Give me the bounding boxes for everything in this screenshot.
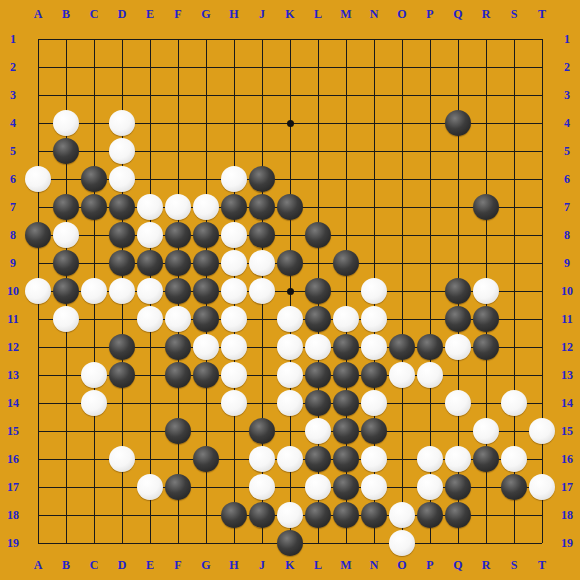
intersection-F7[interactable] [164,193,192,221]
intersection-B3[interactable] [52,81,80,109]
intersection-D1[interactable] [108,25,136,53]
intersection-Q12[interactable] [444,333,472,361]
intersection-E17[interactable] [136,473,164,501]
intersection-N12[interactable] [360,333,388,361]
intersection-E11[interactable] [136,305,164,333]
intersection-B17[interactable] [52,473,80,501]
intersection-G7[interactable] [192,193,220,221]
intersection-C9[interactable] [80,249,108,277]
intersection-F6[interactable] [164,165,192,193]
intersection-A15[interactable] [24,417,52,445]
intersection-F15[interactable] [164,417,192,445]
intersection-L14[interactable] [304,389,332,417]
intersection-P17[interactable] [416,473,444,501]
intersection-M19[interactable] [332,529,360,557]
intersection-A16[interactable] [24,445,52,473]
intersection-Q5[interactable] [444,137,472,165]
intersection-C4[interactable] [80,109,108,137]
intersection-H2[interactable] [220,53,248,81]
intersection-K17[interactable] [276,473,304,501]
intersection-P9[interactable] [416,249,444,277]
intersection-M14[interactable] [332,389,360,417]
intersection-L11[interactable] [304,305,332,333]
intersection-O8[interactable] [388,221,416,249]
intersection-F9[interactable] [164,249,192,277]
intersection-O19[interactable] [388,529,416,557]
intersection-P8[interactable] [416,221,444,249]
intersection-R4[interactable] [472,109,500,137]
intersection-F2[interactable] [164,53,192,81]
intersection-N17[interactable] [360,473,388,501]
intersection-K7[interactable] [276,193,304,221]
intersection-A1[interactable] [24,25,52,53]
intersection-Q16[interactable] [444,445,472,473]
intersection-C13[interactable] [80,361,108,389]
intersection-C3[interactable] [80,81,108,109]
intersection-Q15[interactable] [444,417,472,445]
intersection-D14[interactable] [108,389,136,417]
intersection-B11[interactable] [52,305,80,333]
intersection-R7[interactable] [472,193,500,221]
intersection-H17[interactable] [220,473,248,501]
intersection-F16[interactable] [164,445,192,473]
intersection-J17[interactable] [248,473,276,501]
intersection-C10[interactable] [80,277,108,305]
intersection-R9[interactable] [472,249,500,277]
intersection-R1[interactable] [472,25,500,53]
intersection-P14[interactable] [416,389,444,417]
intersection-O3[interactable] [388,81,416,109]
intersection-Q17[interactable] [444,473,472,501]
intersection-M15[interactable] [332,417,360,445]
intersection-E14[interactable] [136,389,164,417]
intersection-R18[interactable] [472,501,500,529]
intersection-O14[interactable] [388,389,416,417]
intersection-D18[interactable] [108,501,136,529]
intersection-P7[interactable] [416,193,444,221]
intersection-G16[interactable] [192,445,220,473]
intersection-C18[interactable] [80,501,108,529]
intersection-Q13[interactable] [444,361,472,389]
intersection-S4[interactable] [500,109,528,137]
intersection-T11[interactable] [528,305,556,333]
intersection-J18[interactable] [248,501,276,529]
intersection-E6[interactable] [136,165,164,193]
intersection-K4[interactable] [276,109,304,137]
intersection-L9[interactable] [304,249,332,277]
intersection-T19[interactable] [528,529,556,557]
intersection-N2[interactable] [360,53,388,81]
intersection-B13[interactable] [52,361,80,389]
intersection-O17[interactable] [388,473,416,501]
intersection-K12[interactable] [276,333,304,361]
intersection-E1[interactable] [136,25,164,53]
intersection-K10[interactable] [276,277,304,305]
intersection-B2[interactable] [52,53,80,81]
intersection-N11[interactable] [360,305,388,333]
intersection-N8[interactable] [360,221,388,249]
intersection-K16[interactable] [276,445,304,473]
intersection-Q3[interactable] [444,81,472,109]
intersection-E8[interactable] [136,221,164,249]
intersection-B16[interactable] [52,445,80,473]
intersection-N19[interactable] [360,529,388,557]
intersection-N9[interactable] [360,249,388,277]
intersection-B15[interactable] [52,417,80,445]
intersection-C5[interactable] [80,137,108,165]
intersection-A12[interactable] [24,333,52,361]
intersection-J7[interactable] [248,193,276,221]
intersection-P10[interactable] [416,277,444,305]
intersection-J10[interactable] [248,277,276,305]
intersection-H1[interactable] [220,25,248,53]
intersection-K14[interactable] [276,389,304,417]
intersection-B14[interactable] [52,389,80,417]
intersection-G4[interactable] [192,109,220,137]
intersection-N6[interactable] [360,165,388,193]
intersection-G3[interactable] [192,81,220,109]
intersection-F17[interactable] [164,473,192,501]
intersection-L10[interactable] [304,277,332,305]
intersection-M8[interactable] [332,221,360,249]
intersection-L7[interactable] [304,193,332,221]
intersection-C19[interactable] [80,529,108,557]
intersection-L17[interactable] [304,473,332,501]
intersection-Q9[interactable] [444,249,472,277]
intersection-C12[interactable] [80,333,108,361]
intersection-B9[interactable] [52,249,80,277]
intersection-H8[interactable] [220,221,248,249]
intersection-K3[interactable] [276,81,304,109]
intersection-F4[interactable] [164,109,192,137]
intersection-D13[interactable] [108,361,136,389]
intersection-A13[interactable] [24,361,52,389]
intersection-R16[interactable] [472,445,500,473]
intersection-O4[interactable] [388,109,416,137]
intersection-S15[interactable] [500,417,528,445]
intersection-E2[interactable] [136,53,164,81]
intersection-J5[interactable] [248,137,276,165]
intersection-H19[interactable] [220,529,248,557]
intersection-R15[interactable] [472,417,500,445]
intersection-C8[interactable] [80,221,108,249]
intersection-B5[interactable] [52,137,80,165]
intersection-R2[interactable] [472,53,500,81]
intersection-G18[interactable] [192,501,220,529]
intersection-H15[interactable] [220,417,248,445]
intersection-G1[interactable] [192,25,220,53]
intersection-P4[interactable] [416,109,444,137]
intersection-K13[interactable] [276,361,304,389]
intersection-O6[interactable] [388,165,416,193]
intersection-E10[interactable] [136,277,164,305]
intersection-H16[interactable] [220,445,248,473]
intersection-G12[interactable] [192,333,220,361]
intersection-F10[interactable] [164,277,192,305]
intersection-K19[interactable] [276,529,304,557]
intersection-R19[interactable] [472,529,500,557]
intersection-P15[interactable] [416,417,444,445]
intersection-J4[interactable] [248,109,276,137]
intersection-B10[interactable] [52,277,80,305]
intersection-J8[interactable] [248,221,276,249]
intersection-P5[interactable] [416,137,444,165]
intersection-H10[interactable] [220,277,248,305]
intersection-D6[interactable] [108,165,136,193]
intersection-L3[interactable] [304,81,332,109]
intersection-P11[interactable] [416,305,444,333]
intersection-F11[interactable] [164,305,192,333]
intersection-T1[interactable] [528,25,556,53]
intersection-H13[interactable] [220,361,248,389]
intersection-D11[interactable] [108,305,136,333]
intersection-S8[interactable] [500,221,528,249]
intersection-H12[interactable] [220,333,248,361]
intersection-E5[interactable] [136,137,164,165]
intersection-Q19[interactable] [444,529,472,557]
intersection-N5[interactable] [360,137,388,165]
intersection-S17[interactable] [500,473,528,501]
intersection-Q14[interactable] [444,389,472,417]
intersection-J9[interactable] [248,249,276,277]
intersection-L5[interactable] [304,137,332,165]
intersection-O11[interactable] [388,305,416,333]
intersection-R10[interactable] [472,277,500,305]
intersection-P19[interactable] [416,529,444,557]
intersection-A3[interactable] [24,81,52,109]
intersection-D12[interactable] [108,333,136,361]
intersection-N18[interactable] [360,501,388,529]
intersection-P6[interactable] [416,165,444,193]
intersection-S7[interactable] [500,193,528,221]
intersection-L16[interactable] [304,445,332,473]
intersection-Q8[interactable] [444,221,472,249]
intersection-O13[interactable] [388,361,416,389]
intersection-C11[interactable] [80,305,108,333]
intersection-M2[interactable] [332,53,360,81]
intersection-R13[interactable] [472,361,500,389]
intersection-T15[interactable] [528,417,556,445]
intersection-G2[interactable] [192,53,220,81]
intersection-F14[interactable] [164,389,192,417]
intersection-M1[interactable] [332,25,360,53]
intersection-R14[interactable] [472,389,500,417]
intersection-L18[interactable] [304,501,332,529]
intersection-F19[interactable] [164,529,192,557]
intersection-Q18[interactable] [444,501,472,529]
intersection-M17[interactable] [332,473,360,501]
intersection-T16[interactable] [528,445,556,473]
intersection-G17[interactable] [192,473,220,501]
intersection-P18[interactable] [416,501,444,529]
intersection-A10[interactable] [24,277,52,305]
intersection-J6[interactable] [248,165,276,193]
intersection-H9[interactable] [220,249,248,277]
intersection-A18[interactable] [24,501,52,529]
intersection-T5[interactable] [528,137,556,165]
intersection-D5[interactable] [108,137,136,165]
intersection-E15[interactable] [136,417,164,445]
intersection-D19[interactable] [108,529,136,557]
intersection-H4[interactable] [220,109,248,137]
intersection-S18[interactable] [500,501,528,529]
intersection-E18[interactable] [136,501,164,529]
intersection-L8[interactable] [304,221,332,249]
intersection-P12[interactable] [416,333,444,361]
intersection-F18[interactable] [164,501,192,529]
intersection-D15[interactable] [108,417,136,445]
intersection-C7[interactable] [80,193,108,221]
intersection-T3[interactable] [528,81,556,109]
intersection-H3[interactable] [220,81,248,109]
intersection-G5[interactable] [192,137,220,165]
intersection-O10[interactable] [388,277,416,305]
intersection-H14[interactable] [220,389,248,417]
intersection-B1[interactable] [52,25,80,53]
intersection-B19[interactable] [52,529,80,557]
intersection-J13[interactable] [248,361,276,389]
intersection-G10[interactable] [192,277,220,305]
intersection-F13[interactable] [164,361,192,389]
intersection-M9[interactable] [332,249,360,277]
intersection-J12[interactable] [248,333,276,361]
intersection-T18[interactable] [528,501,556,529]
intersection-K2[interactable] [276,53,304,81]
intersection-T13[interactable] [528,361,556,389]
intersection-A7[interactable] [24,193,52,221]
intersection-A4[interactable] [24,109,52,137]
intersection-A6[interactable] [24,165,52,193]
intersection-T10[interactable] [528,277,556,305]
intersection-C1[interactable] [80,25,108,53]
intersection-R3[interactable] [472,81,500,109]
intersection-L12[interactable] [304,333,332,361]
intersection-G19[interactable] [192,529,220,557]
intersection-L6[interactable] [304,165,332,193]
intersection-K15[interactable] [276,417,304,445]
intersection-H11[interactable] [220,305,248,333]
intersection-Q1[interactable] [444,25,472,53]
intersection-C6[interactable] [80,165,108,193]
intersection-C17[interactable] [80,473,108,501]
intersection-D17[interactable] [108,473,136,501]
intersection-G9[interactable] [192,249,220,277]
intersection-H7[interactable] [220,193,248,221]
intersection-S14[interactable] [500,389,528,417]
intersection-N7[interactable] [360,193,388,221]
intersection-S19[interactable] [500,529,528,557]
intersection-B18[interactable] [52,501,80,529]
intersection-J15[interactable] [248,417,276,445]
intersection-D10[interactable] [108,277,136,305]
intersection-A2[interactable] [24,53,52,81]
intersection-J2[interactable] [248,53,276,81]
intersection-E16[interactable] [136,445,164,473]
intersection-A19[interactable] [24,529,52,557]
intersection-K8[interactable] [276,221,304,249]
intersection-R12[interactable] [472,333,500,361]
intersection-H18[interactable] [220,501,248,529]
intersection-D2[interactable] [108,53,136,81]
intersection-C14[interactable] [80,389,108,417]
intersection-T8[interactable] [528,221,556,249]
intersection-H5[interactable] [220,137,248,165]
intersection-R11[interactable] [472,305,500,333]
intersection-M10[interactable] [332,277,360,305]
intersection-G6[interactable] [192,165,220,193]
intersection-E12[interactable] [136,333,164,361]
intersection-O5[interactable] [388,137,416,165]
intersection-E7[interactable] [136,193,164,221]
intersection-M12[interactable] [332,333,360,361]
intersection-S11[interactable] [500,305,528,333]
intersection-R5[interactable] [472,137,500,165]
intersection-S1[interactable] [500,25,528,53]
intersection-T2[interactable] [528,53,556,81]
intersection-M18[interactable] [332,501,360,529]
intersection-M13[interactable] [332,361,360,389]
intersection-J14[interactable] [248,389,276,417]
intersection-D8[interactable] [108,221,136,249]
intersection-J1[interactable] [248,25,276,53]
intersection-H6[interactable] [220,165,248,193]
intersection-L1[interactable] [304,25,332,53]
intersection-D4[interactable] [108,109,136,137]
intersection-B7[interactable] [52,193,80,221]
intersection-O12[interactable] [388,333,416,361]
intersection-S9[interactable] [500,249,528,277]
intersection-J16[interactable] [248,445,276,473]
intersection-T12[interactable] [528,333,556,361]
intersection-N16[interactable] [360,445,388,473]
intersection-A5[interactable] [24,137,52,165]
intersection-L4[interactable] [304,109,332,137]
intersection-A8[interactable] [24,221,52,249]
intersection-D3[interactable] [108,81,136,109]
intersection-M4[interactable] [332,109,360,137]
intersection-S10[interactable] [500,277,528,305]
intersection-O18[interactable] [388,501,416,529]
intersection-S5[interactable] [500,137,528,165]
intersection-A9[interactable] [24,249,52,277]
intersection-E3[interactable] [136,81,164,109]
intersection-Q7[interactable] [444,193,472,221]
intersection-E9[interactable] [136,249,164,277]
intersection-J3[interactable] [248,81,276,109]
intersection-G8[interactable] [192,221,220,249]
intersection-A11[interactable] [24,305,52,333]
intersection-C16[interactable] [80,445,108,473]
intersection-F8[interactable] [164,221,192,249]
intersection-R8[interactable] [472,221,500,249]
intersection-K6[interactable] [276,165,304,193]
intersection-D9[interactable] [108,249,136,277]
intersection-L13[interactable] [304,361,332,389]
intersection-Q6[interactable] [444,165,472,193]
intersection-P1[interactable] [416,25,444,53]
intersection-Q11[interactable] [444,305,472,333]
intersection-T9[interactable] [528,249,556,277]
intersection-G11[interactable] [192,305,220,333]
intersection-M5[interactable] [332,137,360,165]
intersection-K9[interactable] [276,249,304,277]
intersection-E13[interactable] [136,361,164,389]
intersection-N15[interactable] [360,417,388,445]
intersection-N1[interactable] [360,25,388,53]
intersection-B8[interactable] [52,221,80,249]
intersection-O15[interactable] [388,417,416,445]
intersection-P13[interactable] [416,361,444,389]
